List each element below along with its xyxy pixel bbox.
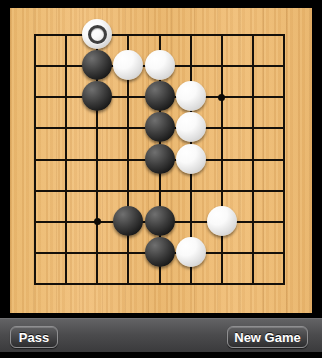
white-stone bbox=[176, 237, 206, 267]
white-stone bbox=[145, 50, 175, 80]
go-board[interactable] bbox=[10, 8, 312, 313]
white-stone bbox=[82, 19, 112, 49]
star-point bbox=[94, 218, 101, 225]
grid-line-horizontal bbox=[34, 190, 285, 192]
black-stone bbox=[145, 206, 175, 236]
white-stone bbox=[176, 112, 206, 142]
white-stone bbox=[113, 50, 143, 80]
black-stone bbox=[82, 81, 112, 111]
white-stone bbox=[207, 206, 237, 236]
last-move-marker bbox=[88, 25, 107, 44]
pass-button[interactable]: Pass bbox=[10, 326, 58, 348]
new-game-button[interactable]: New Game bbox=[227, 326, 308, 348]
black-stone bbox=[145, 144, 175, 174]
black-stone bbox=[145, 237, 175, 267]
go-app-screen: Pass New Game bbox=[0, 0, 322, 358]
white-stone bbox=[176, 81, 206, 111]
toolbar: Pass New Game bbox=[0, 318, 322, 352]
black-stone bbox=[145, 81, 175, 111]
star-point bbox=[218, 94, 225, 101]
white-stone bbox=[176, 144, 206, 174]
grid-line-vertical bbox=[221, 34, 223, 285]
grid-line-vertical bbox=[252, 34, 254, 285]
black-stone bbox=[113, 206, 143, 236]
black-stone bbox=[145, 112, 175, 142]
grid-line-vertical bbox=[283, 34, 285, 285]
black-stone bbox=[82, 50, 112, 80]
grid-line-horizontal bbox=[34, 283, 285, 285]
